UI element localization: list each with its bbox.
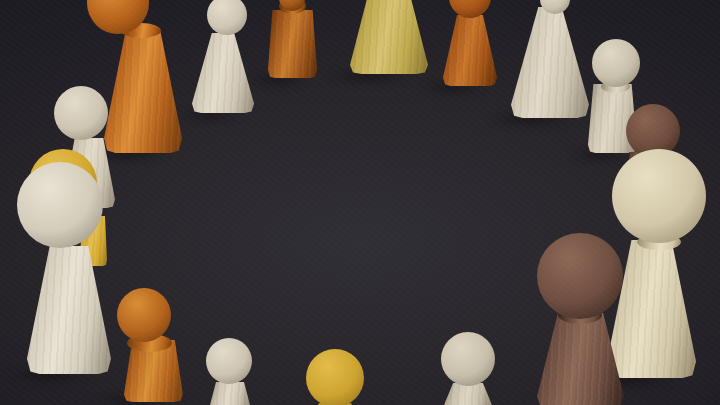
pawn-cream-small-top-head — [207, 0, 247, 35]
pawn-cream-large-right-head — [612, 149, 706, 243]
pawn-orange-large-top-left-body — [104, 28, 182, 153]
pawn-yellow-bottom-head — [306, 349, 364, 405]
pawn-cream-small-right-head — [592, 39, 640, 87]
pawn-orange-top-right-body — [443, 15, 497, 86]
pawn-brown-bottom-right-body — [537, 313, 624, 405]
pawn-orange-bottom-left-head — [117, 288, 171, 342]
pawn-cream-bottom-left-body — [210, 382, 250, 405]
pawn-cream-small-left-back-head — [54, 86, 108, 140]
pawn-cream-large-left-head — [17, 162, 103, 248]
pawn-brown-bottom-right-head — [537, 233, 623, 319]
pawn-yellow-cone-top-body — [350, 0, 428, 74]
pawn-cream-small-top-body — [192, 33, 254, 113]
pawn-cream-bottom-left-head — [206, 338, 252, 384]
pawn-cream-bottom-body — [444, 383, 492, 405]
pawn-cream-tall-top-right-body — [511, 7, 589, 118]
scene-wooden-pawns-circle — [0, 0, 720, 405]
pawn-cream-bottom-head — [441, 332, 495, 386]
pawn-orange-top-right-head — [449, 0, 491, 18]
pawn-orange-cylinder-top-body — [268, 10, 317, 78]
